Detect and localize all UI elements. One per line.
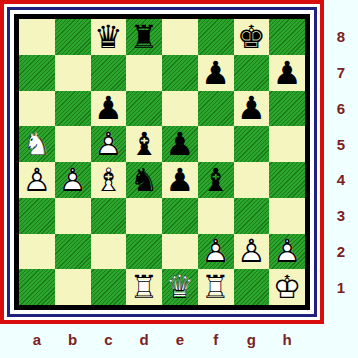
square-h6[interactable]	[269, 91, 305, 127]
square-c8[interactable]: ♛	[91, 19, 127, 55]
file-label-b: b	[55, 324, 91, 354]
square-d2[interactable]	[126, 234, 162, 270]
piece-white-pawn-fill: ♟	[269, 235, 305, 267]
file-label-c: c	[91, 324, 127, 354]
square-a4[interactable]: ♟♙	[19, 162, 55, 198]
file-label-h: h	[269, 324, 305, 354]
square-e3[interactable]	[162, 198, 198, 234]
square-c5[interactable]: ♟♙	[91, 126, 127, 162]
piece-white-pawn[interactable]: ♙	[91, 128, 127, 160]
square-e5[interactable]: ♟	[162, 126, 198, 162]
file-label-d: d	[126, 324, 162, 354]
square-e4[interactable]: ♟	[162, 162, 198, 198]
piece-black-bishop[interactable]: ♝	[126, 128, 162, 160]
square-g6[interactable]: ♟	[234, 91, 270, 127]
square-a3[interactable]	[19, 198, 55, 234]
piece-black-pawn[interactable]: ♟	[162, 164, 198, 196]
piece-white-pawn-fill: ♟	[55, 164, 91, 196]
piece-white-bishop[interactable]: ♗	[91, 164, 127, 196]
piece-black-pawn[interactable]: ♟	[162, 128, 198, 160]
piece-black-bishop[interactable]: ♝	[198, 164, 234, 196]
rank-label-2: 2	[324, 234, 358, 270]
square-c1[interactable]	[91, 269, 127, 305]
rank-label-4: 4	[324, 162, 358, 198]
square-b8[interactable]	[55, 19, 91, 55]
file-label-a: a	[19, 324, 55, 354]
piece-white-knight[interactable]: ♘	[19, 128, 55, 160]
board-frame-navy: ♛♜♚♟♟♟♟♞♘♟♙♝♟♟♙♟♙♝♗♞♟♝♟♙♟♙♟♙♜♖♛♕♜♖♚♔	[7, 7, 317, 317]
square-c2[interactable]	[91, 234, 127, 270]
piece-black-king[interactable]: ♚	[234, 21, 270, 53]
board-frame-white-outer: ♛♜♚♟♟♟♟♞♘♟♙♝♟♟♙♟♙♝♗♞♟♝♟♙♟♙♟♙♜♖♛♕♜♖♚♔	[4, 4, 320, 320]
piece-white-pawn-fill: ♟	[198, 235, 234, 267]
square-e6[interactable]	[162, 91, 198, 127]
square-h4[interactable]	[269, 162, 305, 198]
square-e7[interactable]	[162, 55, 198, 91]
square-b7[interactable]	[55, 55, 91, 91]
piece-white-pawn-fill: ♟	[91, 128, 127, 160]
file-label-e: e	[162, 324, 198, 354]
rank-label-3: 3	[324, 198, 358, 234]
chessboard-grid: ♛♜♚♟♟♟♟♞♘♟♙♝♟♟♙♟♙♝♗♞♟♝♟♙♟♙♟♙♜♖♛♕♜♖♚♔	[19, 19, 305, 305]
square-a1[interactable]	[19, 269, 55, 305]
file-label-f: f	[198, 324, 234, 354]
rank-label-5: 5	[324, 126, 358, 162]
piece-white-rook-fill: ♜	[126, 271, 162, 303]
square-a5[interactable]: ♞♘	[19, 126, 55, 162]
square-g4[interactable]	[234, 162, 270, 198]
square-b1[interactable]	[55, 269, 91, 305]
file-labels: abcdefgh	[19, 324, 305, 354]
piece-white-pawn[interactable]: ♙	[269, 235, 305, 267]
square-b2[interactable]	[55, 234, 91, 270]
square-b4[interactable]: ♟♙	[55, 162, 91, 198]
piece-white-rook[interactable]: ♖	[198, 271, 234, 303]
square-h1[interactable]: ♚♔	[269, 269, 305, 305]
rank-label-1: 1	[324, 269, 358, 305]
piece-white-pawn-fill: ♟	[19, 164, 55, 196]
square-f6[interactable]	[198, 91, 234, 127]
piece-white-pawn[interactable]: ♙	[55, 164, 91, 196]
rank-labels: 87654321	[324, 19, 358, 305]
square-e8[interactable]	[162, 19, 198, 55]
square-f3[interactable]	[198, 198, 234, 234]
square-f8[interactable]	[198, 19, 234, 55]
piece-white-pawn[interactable]: ♙	[234, 235, 270, 267]
square-d1[interactable]: ♜♖	[126, 269, 162, 305]
square-e1[interactable]: ♛♕	[162, 269, 198, 305]
piece-white-king[interactable]: ♔	[269, 271, 305, 303]
square-c3[interactable]	[91, 198, 127, 234]
board-frame-black: ♛♜♚♟♟♟♟♞♘♟♙♝♟♟♙♟♙♝♗♞♟♝♟♙♟♙♟♙♜♖♛♕♜♖♚♔	[14, 14, 310, 310]
square-f7[interactable]: ♟	[198, 55, 234, 91]
piece-white-knight-fill: ♞	[19, 128, 55, 160]
piece-black-knight[interactable]: ♞	[126, 164, 162, 196]
piece-black-pawn[interactable]: ♟	[198, 57, 234, 89]
square-h3[interactable]	[269, 198, 305, 234]
piece-black-queen[interactable]: ♛	[91, 21, 127, 53]
square-d5[interactable]: ♝	[126, 126, 162, 162]
square-a8[interactable]	[19, 19, 55, 55]
rank-label-8: 8	[324, 19, 358, 55]
piece-black-pawn[interactable]: ♟	[269, 57, 305, 89]
board-frame-white-inner: ♛♜♚♟♟♟♟♞♘♟♙♝♟♟♙♟♙♝♗♞♟♝♟♙♟♙♟♙♜♖♛♕♜♖♚♔	[10, 10, 314, 314]
rank-label-6: 6	[324, 91, 358, 127]
piece-white-pawn-fill: ♟	[234, 235, 270, 267]
square-g8[interactable]: ♚	[234, 19, 270, 55]
square-g7[interactable]	[234, 55, 270, 91]
piece-white-king-fill: ♚	[269, 271, 305, 303]
square-c6[interactable]: ♟	[91, 91, 127, 127]
piece-white-queen-fill: ♛	[162, 271, 198, 303]
piece-black-pawn[interactable]: ♟	[234, 92, 270, 124]
square-b6[interactable]	[55, 91, 91, 127]
square-g3[interactable]	[234, 198, 270, 234]
square-f5[interactable]	[198, 126, 234, 162]
board-frame-red: ♛♜♚♟♟♟♟♞♘♟♙♝♟♟♙♟♙♝♗♞♟♝♟♙♟♙♟♙♜♖♛♕♜♖♚♔	[0, 0, 324, 324]
piece-black-rook[interactable]: ♜	[126, 21, 162, 53]
square-c4[interactable]: ♝♗	[91, 162, 127, 198]
piece-white-pawn[interactable]: ♙	[198, 235, 234, 267]
square-g1[interactable]	[234, 269, 270, 305]
square-h7[interactable]: ♟	[269, 55, 305, 91]
square-h8[interactable]	[269, 19, 305, 55]
square-d4[interactable]: ♞	[126, 162, 162, 198]
piece-white-rook-fill: ♜	[198, 271, 234, 303]
square-g5[interactable]	[234, 126, 270, 162]
square-f2[interactable]: ♟♙	[198, 234, 234, 270]
piece-black-pawn[interactable]: ♟	[91, 92, 127, 124]
square-h5[interactable]	[269, 126, 305, 162]
file-label-g: g	[234, 324, 270, 354]
square-e2[interactable]	[162, 234, 198, 270]
square-h2[interactable]: ♟♙	[269, 234, 305, 270]
square-f4[interactable]: ♝	[198, 162, 234, 198]
piece-white-rook[interactable]: ♖	[126, 271, 162, 303]
square-a2[interactable]	[19, 234, 55, 270]
piece-white-bishop-fill: ♝	[91, 164, 127, 196]
square-b5[interactable]	[55, 126, 91, 162]
square-f1[interactable]: ♜♖	[198, 269, 234, 305]
square-a7[interactable]	[19, 55, 55, 91]
piece-white-pawn[interactable]: ♙	[19, 164, 55, 196]
square-d8[interactable]: ♜	[126, 19, 162, 55]
piece-white-queen[interactable]: ♕	[162, 271, 198, 303]
square-d3[interactable]	[126, 198, 162, 234]
page: ♛♜♚♟♟♟♟♞♘♟♙♝♟♟♙♟♙♝♗♞♟♝♟♙♟♙♟♙♜♖♛♕♜♖♚♔ 876…	[0, 0, 358, 358]
square-g2[interactable]: ♟♙	[234, 234, 270, 270]
square-d7[interactable]	[126, 55, 162, 91]
square-c7[interactable]	[91, 55, 127, 91]
square-a6[interactable]	[19, 91, 55, 127]
rank-label-7: 7	[324, 55, 358, 91]
square-b3[interactable]	[55, 198, 91, 234]
square-d6[interactable]	[126, 91, 162, 127]
